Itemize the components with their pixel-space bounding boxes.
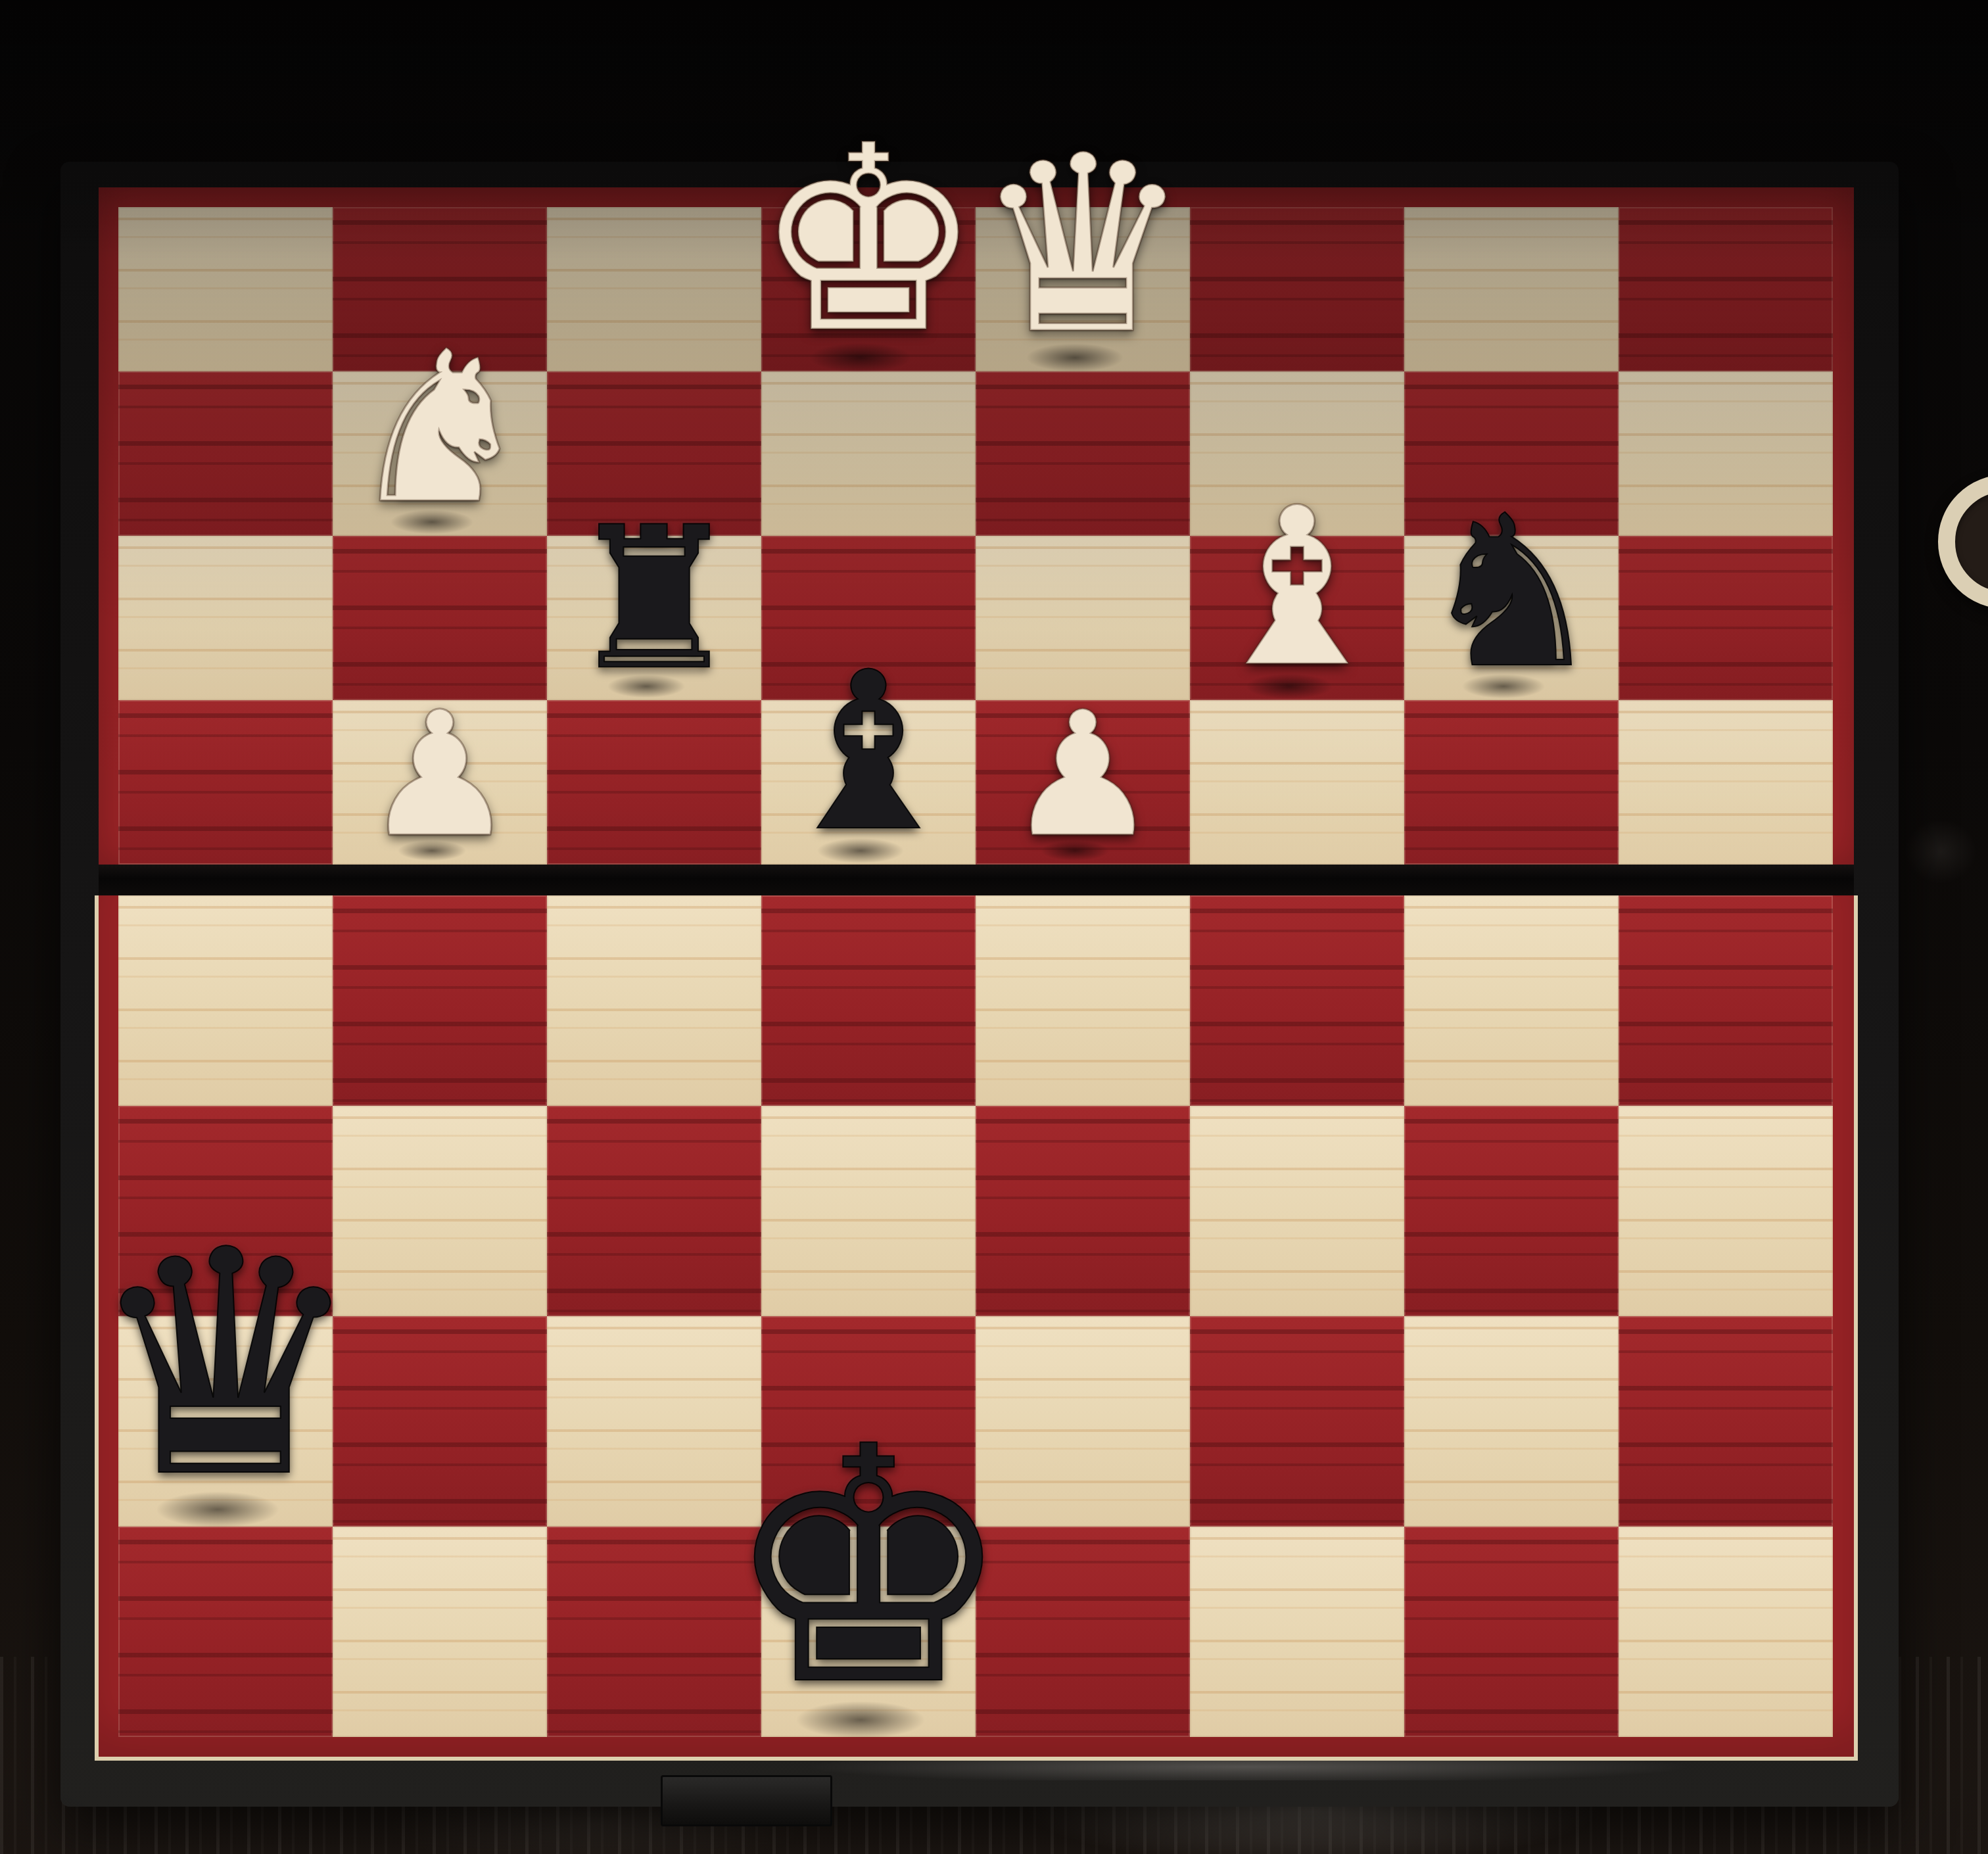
square-h6[interactable] <box>1619 536 1833 700</box>
piece-d5-black-bishop[interactable]: ♝ <box>770 643 966 861</box>
square-c8[interactable] <box>547 207 761 371</box>
square-c4[interactable] <box>547 895 761 1106</box>
board-latch <box>661 1775 832 1826</box>
square-c3[interactable] <box>547 1106 761 1316</box>
table-reflection <box>1893 809 1988 894</box>
square-h5[interactable] <box>1619 700 1833 865</box>
piece-b5-white-pawn[interactable]: ♟ <box>363 689 517 861</box>
photo-scene: ♚♛♞♜♝♞♟♝♟♛♚ <box>0 0 1988 1854</box>
square-b3[interactable] <box>333 1106 547 1316</box>
square-d4[interactable] <box>761 895 976 1106</box>
piece-f6-white-bishop[interactable]: ♝ <box>1199 479 1395 697</box>
piece-a2-black-queen[interactable]: ♛ <box>86 1210 364 1520</box>
square-g1[interactable] <box>1404 1527 1619 1737</box>
square-e7[interactable] <box>976 371 1190 536</box>
piece-b7-white-knight[interactable]: ♞ <box>346 323 533 533</box>
white-ring-object <box>1938 475 1988 609</box>
square-c5[interactable] <box>547 700 761 865</box>
square-a8[interactable] <box>118 207 333 371</box>
square-a5[interactable] <box>118 700 333 865</box>
square-h1[interactable] <box>1619 1527 1833 1737</box>
square-f5[interactable] <box>1190 700 1404 865</box>
square-d7[interactable] <box>761 371 976 536</box>
piece-c6-black-rook[interactable]: ♜ <box>566 501 742 697</box>
piece-g6-black-knight[interactable]: ♞ <box>1417 488 1605 697</box>
square-b2[interactable] <box>333 1316 547 1527</box>
square-a6[interactable] <box>118 536 333 700</box>
square-h8[interactable] <box>1619 207 1833 371</box>
square-g2[interactable] <box>1404 1316 1619 1527</box>
square-d3[interactable] <box>761 1106 976 1316</box>
square-b1[interactable] <box>333 1527 547 1737</box>
square-h2[interactable] <box>1619 1316 1833 1527</box>
square-a1[interactable] <box>118 1527 333 1737</box>
square-b4[interactable] <box>333 895 547 1106</box>
piece-e8-white-queen[interactable]: ♛ <box>973 124 1193 368</box>
square-f8[interactable] <box>1190 207 1404 371</box>
square-f2[interactable] <box>1190 1316 1404 1527</box>
piece-e5-white-pawn[interactable]: ♟ <box>1006 689 1160 861</box>
square-g5[interactable] <box>1404 700 1619 865</box>
square-g3[interactable] <box>1404 1106 1619 1316</box>
square-g4[interactable] <box>1404 895 1619 1106</box>
square-f4[interactable] <box>1190 895 1404 1106</box>
square-e3[interactable] <box>976 1106 1190 1316</box>
square-g8[interactable] <box>1404 207 1619 371</box>
fold-seam <box>99 865 1854 898</box>
square-e4[interactable] <box>976 895 1190 1106</box>
square-h7[interactable] <box>1619 371 1833 536</box>
square-a7[interactable] <box>118 371 333 536</box>
square-f3[interactable] <box>1190 1106 1404 1316</box>
square-h3[interactable] <box>1619 1106 1833 1316</box>
square-f1[interactable] <box>1190 1527 1404 1737</box>
piece-d1-black-king[interactable]: ♚ <box>722 1405 1014 1730</box>
piece-d8-white-king[interactable]: ♚ <box>753 112 983 368</box>
square-a4[interactable] <box>118 895 333 1106</box>
square-h4[interactable] <box>1619 895 1833 1106</box>
